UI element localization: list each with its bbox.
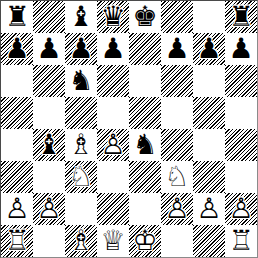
square-b7[interactable]: ♟ [33,33,65,65]
square-a8[interactable]: ♜ [1,1,33,33]
black-pawn[interactable]: ♟ [161,33,193,65]
piece-outline-glyph: ♔ [129,225,161,257]
black-pawn[interactable]: ♟ [33,33,65,65]
black-pawn[interactable]: ♟ [1,33,33,65]
white-pawn[interactable]: ♟♙ [33,193,65,225]
white-knight[interactable]: ♞♘ [65,161,97,193]
square-h8[interactable]: ♜ [225,1,257,33]
square-e7[interactable] [129,33,161,65]
square-b6[interactable] [33,65,65,97]
square-f4[interactable] [161,129,193,161]
square-g2[interactable]: ♟♙ [193,193,225,225]
piece-glyph: ♝ [65,1,97,33]
square-a2[interactable]: ♟♙ [1,193,33,225]
piece-glyph: ♞ [65,65,97,97]
white-rook[interactable]: ♜♖ [225,225,257,257]
square-a5[interactable] [1,97,33,129]
piece-outline-glyph: ♙ [225,193,257,225]
square-g5[interactable] [193,97,225,129]
square-b2[interactable]: ♟♙ [33,193,65,225]
piece-outline-glyph: ♘ [65,161,97,193]
square-g6[interactable] [193,65,225,97]
white-bishop[interactable]: ♝♗ [65,225,97,257]
square-d8[interactable]: ♛ [97,1,129,33]
square-e8[interactable]: ♚ [129,1,161,33]
square-f3[interactable]: ♞♘ [161,161,193,193]
square-f6[interactable] [161,65,193,97]
square-g4[interactable] [193,129,225,161]
square-f2[interactable]: ♟♙ [161,193,193,225]
square-d6[interactable] [97,65,129,97]
piece-outline-glyph: ♙ [97,129,129,161]
piece-outline-glyph: ♕ [97,225,129,257]
square-d7[interactable]: ♟ [97,33,129,65]
square-h2[interactable]: ♟♙ [225,193,257,225]
black-knight[interactable]: ♞ [129,129,161,161]
piece-glyph: ♛ [97,1,129,33]
square-d2[interactable] [97,193,129,225]
piece-outline-glyph: ♙ [161,193,193,225]
white-king[interactable]: ♚♔ [129,225,161,257]
square-a7[interactable]: ♟ [1,33,33,65]
square-a6[interactable] [1,65,33,97]
piece-glyph: ♟ [33,33,65,65]
square-a3[interactable] [1,161,33,193]
square-d3[interactable] [97,161,129,193]
black-king[interactable]: ♚ [129,1,161,33]
square-f7[interactable]: ♟ [161,33,193,65]
white-bishop[interactable]: ♝♗ [65,129,97,161]
piece-outline-glyph: ♗ [65,225,97,257]
square-b8[interactable] [33,1,65,33]
chess-board: ♜♝♛♚♜♟♟♟♟♟♟♟♞♝♝♗♟♙♞♞♘♞♘♟♙♟♙♟♙♟♙♟♙♜♖♝♗♛♕♚… [0,0,258,258]
square-e2[interactable] [129,193,161,225]
square-f8[interactable] [161,1,193,33]
black-pawn[interactable]: ♟ [193,33,225,65]
square-f5[interactable] [161,97,193,129]
square-e4[interactable]: ♞ [129,129,161,161]
black-rook[interactable]: ♜ [225,1,257,33]
white-pawn[interactable]: ♟♙ [97,129,129,161]
black-knight[interactable]: ♞ [65,65,97,97]
square-e1[interactable]: ♚♔ [129,225,161,257]
piece-outline-glyph: ♙ [193,193,225,225]
piece-glyph: ♞ [129,129,161,161]
square-d5[interactable] [97,97,129,129]
square-g7[interactable]: ♟ [193,33,225,65]
square-e3[interactable] [129,161,161,193]
square-c7[interactable]: ♟ [65,33,97,65]
square-c5[interactable] [65,97,97,129]
piece-glyph: ♚ [129,1,161,33]
white-pawn[interactable]: ♟♙ [193,193,225,225]
square-e5[interactable] [129,97,161,129]
white-rook[interactable]: ♜♖ [1,225,33,257]
square-h1[interactable]: ♜♖ [225,225,257,257]
square-a1[interactable]: ♜♖ [1,225,33,257]
square-c6[interactable]: ♞ [65,65,97,97]
piece-outline-glyph: ♗ [65,129,97,161]
piece-glyph: ♜ [225,1,257,33]
square-b4[interactable]: ♝ [33,129,65,161]
black-queen[interactable]: ♛ [97,1,129,33]
black-pawn[interactable]: ♟ [97,33,129,65]
square-h3[interactable] [225,161,257,193]
white-pawn[interactable]: ♟♙ [1,193,33,225]
square-f1[interactable] [161,225,193,257]
square-b5[interactable] [33,97,65,129]
black-pawn[interactable]: ♟ [225,33,257,65]
square-c3[interactable]: ♞♘ [65,161,97,193]
piece-outline-glyph: ♙ [33,193,65,225]
white-pawn[interactable]: ♟♙ [161,193,193,225]
white-pawn[interactable]: ♟♙ [225,193,257,225]
piece-glyph: ♝ [33,129,65,161]
white-queen[interactable]: ♛♕ [97,225,129,257]
square-b1[interactable] [33,225,65,257]
piece-glyph: ♟ [193,33,225,65]
black-pawn[interactable]: ♟ [65,33,97,65]
square-g8[interactable] [193,1,225,33]
square-g3[interactable] [193,161,225,193]
square-c4[interactable]: ♝♗ [65,129,97,161]
piece-outline-glyph: ♘ [161,161,193,193]
square-d4[interactable]: ♟♙ [97,129,129,161]
piece-outline-glyph: ♙ [1,193,33,225]
black-rook[interactable]: ♜ [1,1,33,33]
piece-outline-glyph: ♖ [1,225,33,257]
square-h5[interactable] [225,97,257,129]
square-c1[interactable]: ♝♗ [65,225,97,257]
square-b3[interactable] [33,161,65,193]
black-bishop[interactable]: ♝ [33,129,65,161]
piece-glyph: ♟ [161,33,193,65]
square-a4[interactable] [1,129,33,161]
square-h6[interactable] [225,65,257,97]
square-c8[interactable]: ♝ [65,1,97,33]
piece-glyph: ♟ [225,33,257,65]
square-h7[interactable]: ♟ [225,33,257,65]
square-h4[interactable] [225,129,257,161]
piece-glyph: ♟ [97,33,129,65]
piece-outline-glyph: ♖ [225,225,257,257]
square-e6[interactable] [129,65,161,97]
black-bishop[interactable]: ♝ [65,1,97,33]
square-g1[interactable] [193,225,225,257]
white-knight[interactable]: ♞♘ [161,161,193,193]
piece-glyph: ♜ [1,1,33,33]
square-c2[interactable] [65,193,97,225]
square-d1[interactable]: ♛♕ [97,225,129,257]
piece-glyph: ♟ [1,33,33,65]
piece-glyph: ♟ [65,33,97,65]
